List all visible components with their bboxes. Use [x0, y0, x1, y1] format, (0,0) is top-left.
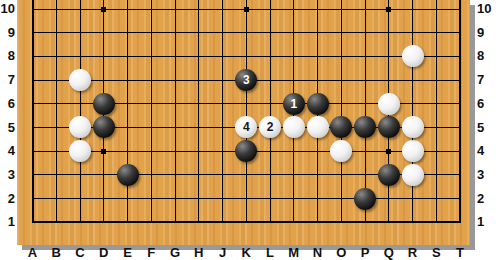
stone-white-L5[interactable]: 2	[259, 116, 281, 138]
col-label-M: M	[282, 246, 306, 260]
stone-black-Q5[interactable]	[378, 116, 400, 138]
move-number-label: 1	[290, 93, 297, 115]
stone-black-D5[interactable]	[93, 116, 115, 138]
stone-white-R3[interactable]	[402, 164, 424, 186]
row-label-left-4: 4	[0, 143, 15, 159]
stone-white-C4[interactable]	[69, 140, 91, 162]
stone-black-P2[interactable]	[354, 188, 376, 210]
move-number-label: 2	[267, 116, 274, 138]
col-label-O: O	[329, 246, 353, 260]
col-label-L: L	[258, 246, 282, 260]
go-diagram: 3142 1010998877665544332211ABCDEFGHJKLMN…	[0, 0, 500, 260]
row-label-left-6: 6	[0, 96, 15, 112]
col-label-D: D	[92, 246, 116, 260]
row-label-right-8: 8	[477, 48, 499, 64]
row-label-left-5: 5	[0, 120, 15, 136]
col-label-J: J	[211, 246, 235, 260]
move-number-label: 4	[243, 116, 250, 138]
stone-black-K4[interactable]	[235, 140, 257, 162]
col-label-S: S	[424, 246, 448, 260]
stone-white-N5[interactable]	[307, 116, 329, 138]
row-label-right-3: 3	[477, 167, 499, 183]
stone-white-Q6[interactable]	[378, 93, 400, 115]
col-label-T: T	[448, 246, 472, 260]
row-label-right-4: 4	[477, 143, 499, 159]
stone-white-K5[interactable]: 4	[235, 116, 257, 138]
col-label-N: N	[306, 246, 330, 260]
row-label-left-8: 8	[0, 48, 15, 64]
col-label-B: B	[44, 246, 68, 260]
col-label-F: F	[139, 246, 163, 260]
row-label-right-7: 7	[477, 72, 499, 88]
stone-white-C7[interactable]	[69, 69, 91, 91]
stone-black-M6[interactable]: 1	[283, 93, 305, 115]
row-label-left-3: 3	[0, 167, 15, 183]
move-number-label: 3	[243, 69, 250, 91]
stone-white-M5[interactable]	[283, 116, 305, 138]
row-label-right-9: 9	[477, 25, 499, 41]
col-label-K: K	[234, 246, 258, 260]
col-label-E: E	[116, 246, 140, 260]
stone-black-P5[interactable]	[354, 116, 376, 138]
stone-black-O5[interactable]	[330, 116, 352, 138]
row-label-right-5: 5	[477, 120, 499, 136]
stone-white-R5[interactable]	[402, 116, 424, 138]
col-label-C: C	[68, 246, 92, 260]
col-label-R: R	[401, 246, 425, 260]
stone-white-C5[interactable]	[69, 116, 91, 138]
stone-black-D6[interactable]	[93, 93, 115, 115]
col-label-Q: Q	[377, 246, 401, 260]
col-label-P: P	[353, 246, 377, 260]
stone-black-E3[interactable]	[117, 164, 139, 186]
stone-layer: 3142	[21, 0, 472, 234]
stone-white-R8[interactable]	[402, 45, 424, 67]
row-label-left-1: 1	[0, 214, 15, 230]
stone-white-R4[interactable]	[402, 140, 424, 162]
stone-black-K7[interactable]: 3	[235, 69, 257, 91]
row-label-left-9: 9	[0, 25, 15, 41]
row-label-right-2: 2	[477, 191, 499, 207]
go-board[interactable]: 3142	[17, 0, 470, 245]
col-label-H: H	[187, 246, 211, 260]
col-label-A: A	[21, 246, 45, 260]
row-label-right-10: 10	[477, 1, 499, 17]
stone-black-N6[interactable]	[307, 93, 329, 115]
stone-white-O4[interactable]	[330, 140, 352, 162]
row-label-left-10: 10	[0, 1, 15, 17]
row-label-left-7: 7	[0, 72, 15, 88]
row-label-right-1: 1	[477, 214, 499, 230]
row-label-left-2: 2	[0, 191, 15, 207]
col-label-G: G	[163, 246, 187, 260]
stone-black-Q3[interactable]	[378, 164, 400, 186]
row-label-right-6: 6	[477, 96, 499, 112]
